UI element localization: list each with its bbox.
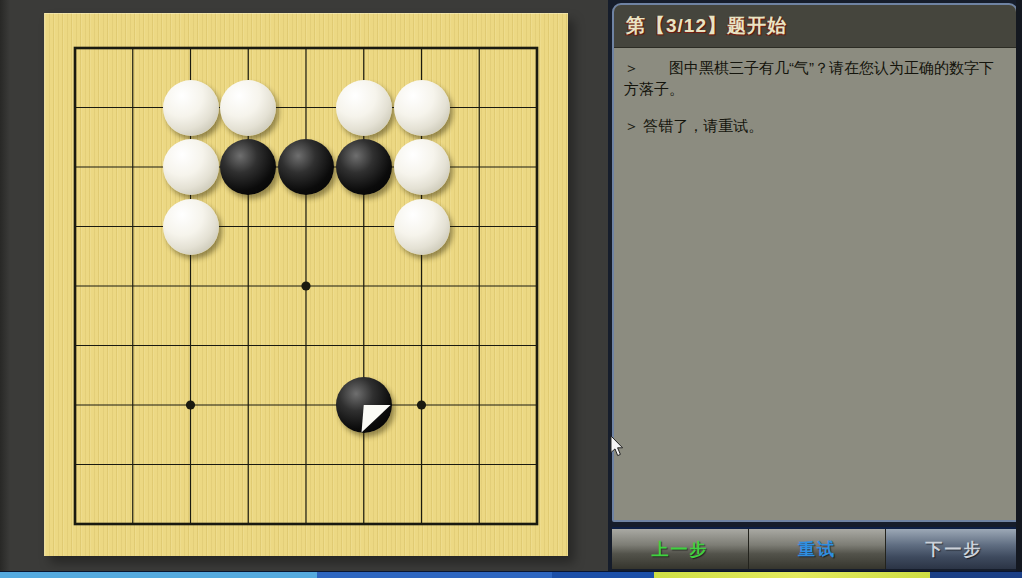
star-point	[417, 400, 426, 409]
message-line-feedback: ＞ 答错了，请重试。	[624, 115, 1006, 136]
black-stone	[336, 377, 392, 433]
star-point	[301, 281, 310, 290]
retry-button[interactable]: 重试	[749, 529, 886, 569]
star-point	[186, 400, 195, 409]
question-panel: 第【3/12】题开始 ＞ 图中黑棋三子有几“气”？请在您认为正确的数字下方落子。…	[608, 0, 1022, 571]
mouse-cursor	[610, 436, 624, 457]
black-stone	[220, 139, 276, 195]
panel-title: 第【3/12】题开始	[614, 5, 1016, 48]
next-step-button[interactable]: 下一步	[886, 529, 1022, 569]
black-stone	[336, 139, 392, 195]
board-grid	[44, 13, 568, 556]
go-board[interactable]	[44, 13, 568, 556]
black-stone	[278, 139, 334, 195]
last-move-marker	[336, 377, 392, 433]
white-stone	[394, 199, 450, 255]
taskbar-strip[interactable]	[0, 571, 1022, 578]
white-stone	[163, 199, 219, 255]
prev-step-button[interactable]: 上一步	[612, 529, 749, 569]
board-area	[0, 0, 608, 571]
message-box: 第【3/12】题开始 ＞ 图中黑棋三子有几“气”？请在您认为正确的数字下方落子。…	[612, 3, 1018, 522]
white-stone	[336, 80, 392, 136]
message-list: ＞ 图中黑棋三子有几“气”？请在您认为正确的数字下方落子。 ＞ 答错了，请重试。	[614, 48, 1016, 136]
white-stone	[220, 80, 276, 136]
app-window: 第【3/12】题开始 ＞ 图中黑棋三子有几“气”？请在您认为正确的数字下方落子。…	[0, 0, 1022, 578]
white-stone	[163, 80, 219, 136]
message-line-question: ＞ 图中黑棋三子有几“气”？请在您认为正确的数字下方落子。	[624, 57, 1006, 99]
white-stone	[394, 80, 450, 136]
white-stone	[163, 139, 219, 195]
window-right-edge	[1016, 0, 1022, 571]
white-stone	[394, 139, 450, 195]
navigation-button-bar: 上一步 重试 下一步	[612, 527, 1022, 569]
